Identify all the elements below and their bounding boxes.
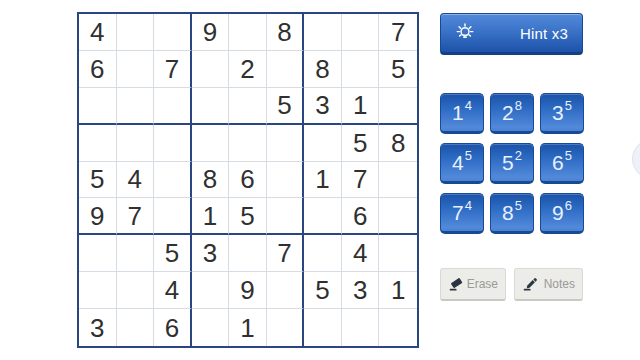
numpad-button-3[interactable]: 35	[540, 93, 584, 134]
sudoku-cell-r4c5[interactable]	[229, 125, 267, 162]
numpad-digit: 7	[452, 202, 464, 223]
numpad-button-2[interactable]: 28	[490, 93, 534, 134]
erase-label: Erase	[467, 277, 498, 291]
sudoku-cell-r6c9[interactable]	[379, 198, 417, 235]
sudoku-cell-r3c6[interactable]: 5	[267, 88, 305, 125]
eraser-icon	[447, 275, 466, 294]
sudoku-cell-r8c9[interactable]: 1	[379, 272, 417, 309]
sudoku-cell-r8c2[interactable]	[117, 272, 155, 309]
numpad-digit: 9	[552, 202, 564, 223]
sudoku-cell-r5c2[interactable]: 4	[117, 162, 155, 199]
numpad-remaining-count: 5	[515, 199, 522, 212]
sudoku-cell-r7c3[interactable]: 5	[154, 235, 192, 272]
sudoku-cell-r7c8[interactable]: 4	[342, 235, 380, 272]
sudoku-cell-r8c5[interactable]: 9	[229, 272, 267, 309]
sudoku-cell-r5c6[interactable]	[267, 162, 305, 199]
sudoku-cell-r3c8[interactable]: 1	[342, 88, 380, 125]
numpad-button-1[interactable]: 14	[440, 93, 484, 134]
sudoku-cell-r8c3[interactable]: 4	[154, 272, 192, 309]
sudoku-cell-r6c4[interactable]: 1	[192, 198, 230, 235]
number-pad: 142835455265748596	[440, 93, 584, 234]
numpad-digit: 1	[452, 102, 464, 123]
numpad-button-4[interactable]: 45	[440, 143, 484, 184]
sudoku-cell-r5c3[interactable]	[154, 162, 192, 199]
sudoku-cell-r6c8[interactable]: 6	[342, 198, 380, 235]
sudoku-cell-r4c3[interactable]	[154, 125, 192, 162]
sudoku-cell-r9c6[interactable]	[267, 309, 305, 346]
sudoku-cell-r2c1[interactable]: 6	[79, 51, 117, 88]
sudoku-cell-r9c4[interactable]	[192, 309, 230, 346]
numpad-button-8[interactable]: 85	[490, 193, 534, 234]
sudoku-cell-r3c9[interactable]	[379, 88, 417, 125]
edge-panel-toggle[interactable]	[632, 139, 640, 179]
sudoku-cell-r3c1[interactable]	[79, 88, 117, 125]
numpad-digit: 2	[502, 102, 514, 123]
sudoku-cell-r1c1[interactable]: 4	[79, 14, 117, 51]
sudoku-cell-r7c6[interactable]: 7	[267, 235, 305, 272]
numpad-button-9[interactable]: 96	[540, 193, 584, 234]
sudoku-cell-r1c3[interactable]	[154, 14, 192, 51]
sudoku-cell-r7c4[interactable]: 3	[192, 235, 230, 272]
lightbulb-icon	[453, 21, 477, 45]
sudoku-cell-r7c2[interactable]	[117, 235, 155, 272]
sudoku-cell-r4c8[interactable]: 5	[342, 125, 380, 162]
numpad-remaining-count: 5	[465, 149, 472, 162]
sudoku-cell-r9c3[interactable]: 6	[154, 309, 192, 346]
sudoku-cell-r4c7[interactable]	[304, 125, 342, 162]
sudoku-cell-r4c1[interactable]	[79, 125, 117, 162]
sudoku-cell-r7c9[interactable]	[379, 235, 417, 272]
sudoku-cell-r8c7[interactable]: 5	[304, 272, 342, 309]
sudoku-cell-r1c4[interactable]: 9	[192, 14, 230, 51]
numpad-digit: 5	[502, 152, 514, 173]
sudoku-cell-r4c4[interactable]	[192, 125, 230, 162]
numpad-remaining-count: 5	[565, 149, 572, 162]
sudoku-cell-r5c9[interactable]	[379, 162, 417, 199]
sudoku-cell-r2c2[interactable]	[117, 51, 155, 88]
numpad-digit: 4	[452, 152, 464, 173]
numpad-button-5[interactable]: 52	[490, 143, 534, 184]
sudoku-cell-r5c4[interactable]: 8	[192, 162, 230, 199]
sudoku-cell-r3c3[interactable]	[154, 88, 192, 125]
sudoku-cell-r9c9[interactable]	[379, 309, 417, 346]
sudoku-cell-r1c8[interactable]	[342, 14, 380, 51]
numpad-remaining-count: 4	[465, 199, 472, 212]
sudoku-cell-r1c2[interactable]	[117, 14, 155, 51]
numpad-remaining-count: 2	[515, 149, 522, 162]
sudoku-cell-r9c1[interactable]: 3	[79, 309, 117, 346]
numpad-button-7[interactable]: 74	[440, 193, 484, 234]
sudoku-board: 4987672855315854861797156537449531361	[77, 12, 419, 348]
sudoku-cell-r8c4[interactable]	[192, 272, 230, 309]
sudoku-cell-r6c5[interactable]: 5	[229, 198, 267, 235]
sudoku-cell-r2c8[interactable]	[342, 51, 380, 88]
sudoku-cell-r9c5[interactable]: 1	[229, 309, 267, 346]
sudoku-cell-r4c6[interactable]	[267, 125, 305, 162]
notes-button[interactable]: Notes	[514, 268, 583, 301]
sudoku-cell-r1c5[interactable]	[229, 14, 267, 51]
sudoku-cell-r2c7[interactable]: 8	[304, 51, 342, 88]
sudoku-cell-r8c1[interactable]	[79, 272, 117, 309]
sudoku-cell-r1c6[interactable]: 8	[267, 14, 305, 51]
numpad-digit: 6	[552, 152, 564, 173]
sudoku-cell-r2c5[interactable]: 2	[229, 51, 267, 88]
sudoku-cell-r7c7[interactable]	[304, 235, 342, 272]
sudoku-cell-r3c2[interactable]	[117, 88, 155, 125]
sudoku-cell-r3c4[interactable]	[192, 88, 230, 125]
numpad-digit: 8	[502, 202, 514, 223]
numpad-remaining-count: 4	[465, 99, 472, 112]
sudoku-cell-r4c2[interactable]	[117, 125, 155, 162]
hint-button[interactable]: Hint x3	[440, 13, 583, 55]
sudoku-cell-r6c1[interactable]: 9	[79, 198, 117, 235]
sudoku-cell-r4c9[interactable]: 8	[379, 125, 417, 162]
sudoku-cell-r2c3[interactable]: 7	[154, 51, 192, 88]
sudoku-cell-r9c8[interactable]	[342, 309, 380, 346]
sudoku-cell-r7c1[interactable]	[79, 235, 117, 272]
sudoku-cell-r6c2[interactable]: 7	[117, 198, 155, 235]
erase-button[interactable]: Erase	[440, 268, 506, 301]
numpad-remaining-count: 8	[515, 99, 522, 112]
sudoku-cell-r9c7[interactable]	[304, 309, 342, 346]
sudoku-cell-r5c5[interactable]: 6	[229, 162, 267, 199]
sudoku-app: 4987672855315854861797156537449531361 Hi…	[0, 0, 640, 360]
numpad-digit: 3	[552, 102, 564, 123]
sudoku-cell-r2c9[interactable]: 5	[379, 51, 417, 88]
sudoku-cell-r6c6[interactable]	[267, 198, 305, 235]
sudoku-cell-r7c5[interactable]	[229, 235, 267, 272]
sudoku-cell-r1c9[interactable]: 7	[379, 14, 417, 51]
sudoku-cell-r6c7[interactable]	[304, 198, 342, 235]
sudoku-cell-r8c8[interactable]: 3	[342, 272, 380, 309]
sudoku-cell-r5c1[interactable]: 5	[79, 162, 117, 199]
pencil-icon	[521, 275, 540, 294]
sudoku-cell-r3c7[interactable]: 3	[304, 88, 342, 125]
numpad-remaining-count: 6	[565, 199, 572, 212]
sudoku-cell-r5c8[interactable]: 7	[342, 162, 380, 199]
notes-label: Notes	[544, 277, 575, 291]
hint-label: Hint x3	[520, 25, 568, 42]
sudoku-cell-r5c7[interactable]: 1	[304, 162, 342, 199]
sudoku-cell-r8c6[interactable]	[267, 272, 305, 309]
sudoku-cell-r6c3[interactable]	[154, 198, 192, 235]
numpad-remaining-count: 5	[565, 99, 572, 112]
sudoku-cell-r3c5[interactable]	[229, 88, 267, 125]
sudoku-cell-r1c7[interactable]	[304, 14, 342, 51]
sudoku-cell-r2c6[interactable]	[267, 51, 305, 88]
numpad-button-6[interactable]: 65	[540, 143, 584, 184]
sudoku-cell-r9c2[interactable]	[117, 309, 155, 346]
sudoku-cell-r2c4[interactable]	[192, 51, 230, 88]
